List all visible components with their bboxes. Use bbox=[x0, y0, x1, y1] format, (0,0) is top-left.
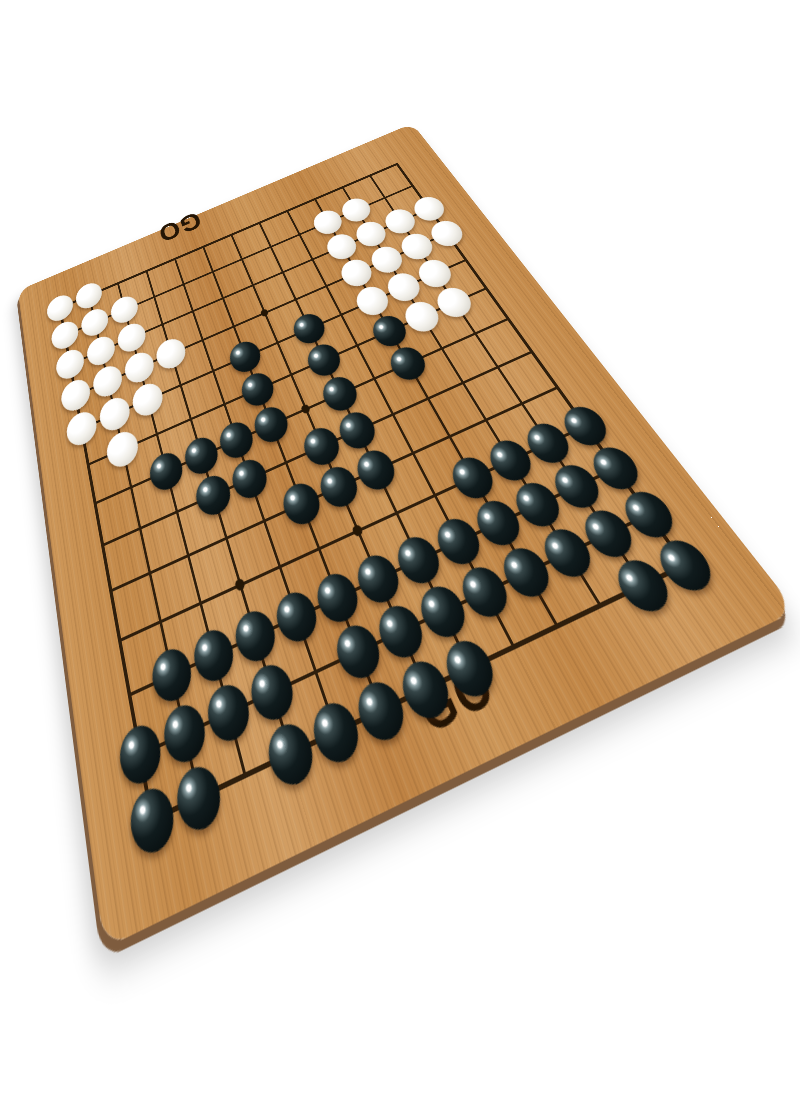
white-stone bbox=[130, 379, 166, 421]
go-board: GO GO bbox=[18, 123, 796, 948]
black-stone bbox=[271, 586, 323, 649]
black-stone bbox=[289, 309, 330, 348]
black-stone bbox=[299, 423, 345, 471]
black-stone bbox=[351, 445, 401, 496]
white-stone bbox=[153, 335, 189, 374]
black-stone bbox=[318, 372, 363, 416]
white-stone bbox=[97, 393, 133, 436]
photo-canvas: GO GO bbox=[0, 0, 800, 1096]
black-stone bbox=[216, 417, 258, 463]
white-stone bbox=[109, 292, 141, 327]
black-stone bbox=[181, 432, 222, 479]
black-stone bbox=[146, 448, 186, 496]
black-stone bbox=[303, 340, 346, 381]
black-stone bbox=[189, 623, 238, 688]
white-stone bbox=[50, 317, 81, 353]
black-stone bbox=[246, 658, 300, 728]
white-stone bbox=[115, 319, 148, 356]
black-stone bbox=[126, 781, 178, 862]
board-label-top-go: GO bbox=[155, 207, 205, 249]
white-stone bbox=[74, 279, 104, 313]
white-stone bbox=[79, 305, 110, 340]
white-stone bbox=[91, 362, 125, 402]
white-stone bbox=[54, 345, 86, 383]
black-stone bbox=[385, 342, 432, 385]
black-stone bbox=[262, 716, 319, 792]
star-point bbox=[234, 577, 246, 592]
white-stone bbox=[45, 291, 75, 325]
black-stone bbox=[116, 718, 165, 792]
black-stone bbox=[230, 604, 281, 668]
black-stone bbox=[307, 695, 366, 770]
white-stone bbox=[104, 427, 141, 472]
black-stone bbox=[192, 470, 235, 521]
black-stone bbox=[228, 454, 272, 504]
black-stone bbox=[226, 337, 265, 377]
white-stone bbox=[65, 407, 100, 450]
black-stone bbox=[278, 478, 325, 531]
black-stone bbox=[311, 567, 364, 629]
white-stone bbox=[122, 348, 157, 387]
black-stone bbox=[148, 642, 196, 708]
black-stone bbox=[250, 402, 293, 448]
black-stone bbox=[172, 759, 226, 838]
black-stone bbox=[237, 368, 278, 411]
black-stone bbox=[334, 407, 381, 455]
black-stone bbox=[315, 461, 364, 513]
white-stone bbox=[59, 375, 92, 416]
black-stone bbox=[160, 698, 211, 770]
white-stone bbox=[85, 332, 118, 370]
black-stone bbox=[203, 678, 255, 749]
